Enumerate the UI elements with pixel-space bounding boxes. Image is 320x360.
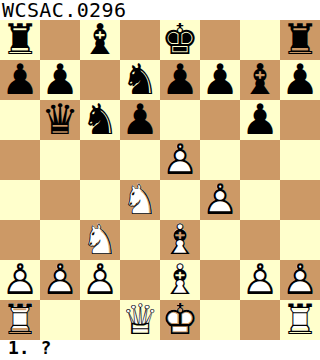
- piece-white-pawn: ♟♙: [80, 260, 120, 300]
- piece-white-pawn: ♟♙: [240, 260, 280, 300]
- piece-outline: ♙: [280, 260, 320, 300]
- square-d7[interactable]: ♞: [120, 60, 160, 100]
- square-e7[interactable]: ♟: [160, 60, 200, 100]
- square-f3[interactable]: [200, 220, 240, 260]
- square-b6[interactable]: ♛: [40, 100, 80, 140]
- piece-white-rook: ♜♖: [280, 300, 320, 340]
- square-f6[interactable]: [200, 100, 240, 140]
- square-f5[interactable]: [200, 140, 240, 180]
- square-d3[interactable]: [120, 220, 160, 260]
- square-b7[interactable]: ♟: [40, 60, 80, 100]
- piece-outline: ♙: [200, 180, 240, 220]
- piece-white-rook: ♜♖: [0, 300, 40, 340]
- piece-black-rook: ♜: [280, 20, 320, 60]
- piece-black-knight: ♞: [80, 100, 120, 140]
- piece-black-pawn: ♟: [240, 100, 280, 140]
- piece-black-king: ♚: [160, 20, 200, 60]
- square-a6[interactable]: [0, 100, 40, 140]
- piece-outline: ♕: [120, 300, 160, 340]
- square-h7[interactable]: ♟: [280, 60, 320, 100]
- square-d6[interactable]: ♟: [120, 100, 160, 140]
- square-a2[interactable]: ♟♙: [0, 260, 40, 300]
- piece-white-pawn: ♟♙: [160, 140, 200, 180]
- piece-black-rook: ♜: [0, 20, 40, 60]
- piece-outline: ♖: [0, 300, 40, 340]
- square-c2[interactable]: ♟♙: [80, 260, 120, 300]
- piece-black-pawn: ♟: [0, 60, 40, 100]
- square-f4[interactable]: ♟♙: [200, 180, 240, 220]
- square-h5[interactable]: [280, 140, 320, 180]
- piece-outline: ♙: [40, 260, 80, 300]
- square-d8[interactable]: [120, 20, 160, 60]
- square-e2[interactable]: ♝♗: [160, 260, 200, 300]
- piece-white-knight: ♞♘: [80, 220, 120, 260]
- square-c7[interactable]: [80, 60, 120, 100]
- square-d5[interactable]: [120, 140, 160, 180]
- square-b4[interactable]: [40, 180, 80, 220]
- piece-white-pawn: ♟♙: [200, 180, 240, 220]
- square-f1[interactable]: [200, 300, 240, 340]
- square-b1[interactable]: [40, 300, 80, 340]
- square-d1[interactable]: ♛♕: [120, 300, 160, 340]
- piece-outline: ♗: [160, 260, 200, 300]
- square-a8[interactable]: ♜: [0, 20, 40, 60]
- square-c1[interactable]: [80, 300, 120, 340]
- square-c3[interactable]: ♞♘: [80, 220, 120, 260]
- square-e8[interactable]: ♚: [160, 20, 200, 60]
- piece-outline: ♙: [0, 260, 40, 300]
- square-g8[interactable]: [240, 20, 280, 60]
- square-e6[interactable]: [160, 100, 200, 140]
- square-d2[interactable]: [120, 260, 160, 300]
- square-b3[interactable]: [40, 220, 80, 260]
- square-e1[interactable]: ♚♔: [160, 300, 200, 340]
- square-g1[interactable]: [240, 300, 280, 340]
- piece-outline: ♖: [280, 300, 320, 340]
- piece-white-pawn: ♟♙: [280, 260, 320, 300]
- square-a4[interactable]: [0, 180, 40, 220]
- piece-white-pawn: ♟♙: [40, 260, 80, 300]
- square-d4[interactable]: ♞♘: [120, 180, 160, 220]
- square-f7[interactable]: ♟: [200, 60, 240, 100]
- square-g3[interactable]: [240, 220, 280, 260]
- piece-white-knight: ♞♘: [120, 180, 160, 220]
- square-b2[interactable]: ♟♙: [40, 260, 80, 300]
- piece-black-knight: ♞: [120, 60, 160, 100]
- piece-black-pawn: ♟: [280, 60, 320, 100]
- square-c8[interactable]: ♝: [80, 20, 120, 60]
- piece-outline: ♘: [80, 220, 120, 260]
- square-g6[interactable]: ♟: [240, 100, 280, 140]
- piece-black-bishop: ♝: [240, 60, 280, 100]
- piece-black-bishop: ♝: [80, 20, 120, 60]
- piece-white-bishop: ♝♗: [160, 220, 200, 260]
- square-b5[interactable]: [40, 140, 80, 180]
- piece-outline: ♘: [120, 180, 160, 220]
- square-e4[interactable]: [160, 180, 200, 220]
- piece-outline: ♗: [160, 220, 200, 260]
- square-e3[interactable]: ♝♗: [160, 220, 200, 260]
- square-c6[interactable]: ♞: [80, 100, 120, 140]
- square-a1[interactable]: ♜♖: [0, 300, 40, 340]
- piece-white-pawn: ♟♙: [0, 260, 40, 300]
- piece-white-queen: ♛♕: [120, 300, 160, 340]
- square-g5[interactable]: [240, 140, 280, 180]
- piece-black-queen: ♛: [40, 100, 80, 140]
- square-g4[interactable]: [240, 180, 280, 220]
- square-h2[interactable]: ♟♙: [280, 260, 320, 300]
- piece-black-pawn: ♟: [160, 60, 200, 100]
- square-h4[interactable]: [280, 180, 320, 220]
- square-e5[interactable]: ♟♙: [160, 140, 200, 180]
- chess-board: ♜♝♚♜♟♟♞♟♟♝♟♛♞♟♟♟♙♞♘♟♙♞♘♝♗♟♙♟♙♟♙♝♗♟♙♟♙♜♖♛…: [0, 20, 320, 340]
- piece-white-bishop: ♝♗: [160, 260, 200, 300]
- square-c4[interactable]: [80, 180, 120, 220]
- square-a3[interactable]: [0, 220, 40, 260]
- square-h1[interactable]: ♜♖: [280, 300, 320, 340]
- square-c5[interactable]: [80, 140, 120, 180]
- square-h3[interactable]: [280, 220, 320, 260]
- square-h6[interactable]: [280, 100, 320, 140]
- piece-outline: ♙: [80, 260, 120, 300]
- piece-black-pawn: ♟: [120, 100, 160, 140]
- square-b8[interactable]: [40, 20, 80, 60]
- square-h8[interactable]: ♜: [280, 20, 320, 60]
- square-f2[interactable]: [200, 260, 240, 300]
- piece-outline: ♙: [160, 140, 200, 180]
- move-prompt: 1. ?: [8, 337, 51, 358]
- square-f8[interactable]: [200, 20, 240, 60]
- square-g7[interactable]: ♝: [240, 60, 280, 100]
- square-a7[interactable]: ♟: [0, 60, 40, 100]
- piece-outline: ♙: [240, 260, 280, 300]
- piece-black-pawn: ♟: [200, 60, 240, 100]
- piece-black-pawn: ♟: [40, 60, 80, 100]
- square-a5[interactable]: [0, 140, 40, 180]
- square-g2[interactable]: ♟♙: [240, 260, 280, 300]
- piece-outline: ♔: [160, 300, 200, 340]
- piece-white-king: ♚♔: [160, 300, 200, 340]
